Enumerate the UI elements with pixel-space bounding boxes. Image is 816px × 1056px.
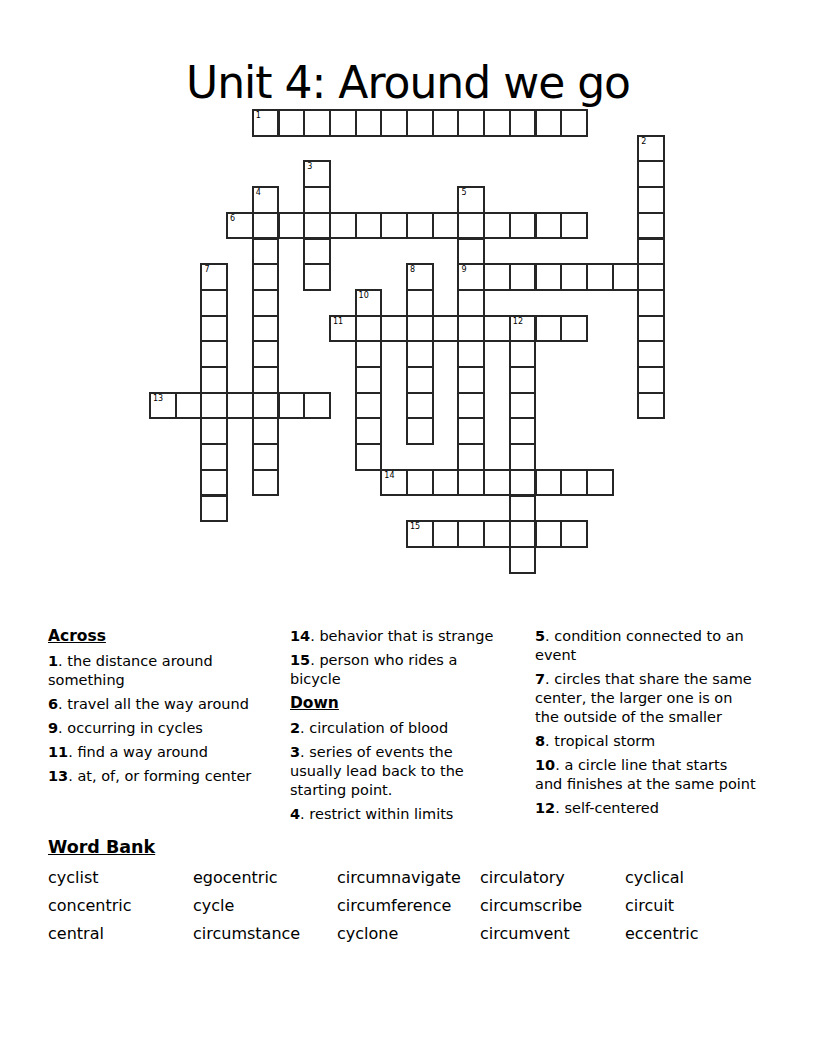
grid-cell[interactable] bbox=[355, 417, 383, 445]
clues-column-down: 5. condition connected to an event7. cir… bbox=[535, 627, 759, 823]
grid-cell[interactable] bbox=[175, 392, 203, 420]
grid-cell[interactable] bbox=[483, 263, 511, 291]
grid-cell[interactable]: 15 bbox=[406, 520, 434, 548]
grid-cell[interactable]: 13 bbox=[149, 392, 177, 420]
word-bank-grid: cyclistegocentriccircumnavigatecirculato… bbox=[48, 869, 778, 943]
cell-number: 6 bbox=[230, 214, 235, 223]
cell-number: 9 bbox=[461, 265, 466, 274]
grid-cell[interactable] bbox=[509, 340, 537, 368]
grid-cell[interactable] bbox=[200, 315, 228, 343]
grid-cell[interactable] bbox=[560, 109, 588, 137]
grid-cell[interactable] bbox=[252, 392, 280, 420]
grid-cell[interactable] bbox=[355, 340, 383, 368]
grid-cell[interactable] bbox=[200, 469, 228, 497]
word-bank-item: cyclone bbox=[337, 925, 480, 943]
cell-number: 1 bbox=[256, 111, 261, 120]
grid-cell[interactable] bbox=[200, 392, 228, 420]
grid-cell[interactable] bbox=[560, 315, 588, 343]
clue-across-13: 13. at, of, or forming center bbox=[48, 767, 254, 786]
grid-cell[interactable] bbox=[637, 212, 665, 240]
grid-cell[interactable] bbox=[355, 212, 383, 240]
clue-down-8: 8. tropical storm bbox=[535, 732, 759, 751]
grid-cell[interactable] bbox=[560, 469, 588, 497]
across-clue-list-continued: 14. behavior that is strange15. person w… bbox=[290, 627, 496, 689]
cell-number: 11 bbox=[333, 317, 343, 326]
grid-cell[interactable] bbox=[483, 520, 511, 548]
grid-cell[interactable] bbox=[406, 392, 434, 420]
grid-cell[interactable] bbox=[303, 186, 331, 214]
word-bank-item: circumnavigate bbox=[337, 869, 480, 887]
grid-cell[interactable] bbox=[329, 109, 357, 137]
grid-cell[interactable] bbox=[252, 469, 280, 497]
word-bank-item: circumvent bbox=[480, 925, 625, 943]
grid-cell[interactable] bbox=[432, 520, 460, 548]
cell-number: 10 bbox=[359, 291, 369, 300]
cell-number: 2 bbox=[641, 137, 646, 146]
page-title: Unit 4: Around we go bbox=[0, 57, 816, 108]
down-clue-list: 2. circulation of blood3. series of even… bbox=[290, 719, 496, 824]
grid-cell[interactable] bbox=[637, 238, 665, 266]
grid-cell[interactable] bbox=[457, 289, 485, 317]
grid-cell[interactable] bbox=[509, 366, 537, 394]
grid-cell[interactable] bbox=[483, 469, 511, 497]
grid-cell[interactable] bbox=[406, 469, 434, 497]
cell-number: 13 bbox=[153, 394, 163, 403]
across-header: Across bbox=[48, 627, 254, 645]
grid-cell[interactable] bbox=[406, 340, 434, 368]
grid-cell[interactable] bbox=[432, 212, 460, 240]
grid-cell[interactable]: 5 bbox=[457, 186, 485, 214]
clue-across-11: 11. find a way around bbox=[48, 743, 254, 762]
grid-cell[interactable] bbox=[535, 315, 563, 343]
grid-cell[interactable] bbox=[509, 443, 537, 471]
worksheet-page: Unit 4: Around we go 1234567891011121314… bbox=[0, 0, 816, 1056]
grid-cell[interactable] bbox=[380, 315, 408, 343]
grid-cell[interactable] bbox=[457, 109, 485, 137]
cell-number: 3 bbox=[307, 162, 312, 171]
word-bank-item: circumference bbox=[337, 897, 480, 915]
grid-cell[interactable] bbox=[355, 366, 383, 394]
grid-cell[interactable] bbox=[637, 340, 665, 368]
grid-cell[interactable]: 7 bbox=[200, 263, 228, 291]
grid-cell[interactable] bbox=[226, 392, 254, 420]
clue-down-2: 2. circulation of blood bbox=[290, 719, 496, 738]
word-bank-item: eccentric bbox=[625, 925, 765, 943]
grid-cell[interactable] bbox=[200, 340, 228, 368]
grid-cell[interactable] bbox=[457, 340, 485, 368]
grid-cell[interactable] bbox=[355, 392, 383, 420]
grid-cell[interactable] bbox=[457, 392, 485, 420]
grid-cell[interactable] bbox=[509, 546, 537, 574]
word-bank-item: cyclist bbox=[48, 869, 193, 887]
clue-across-6: 6. travel all the way around bbox=[48, 695, 254, 714]
grid-cell[interactable] bbox=[457, 238, 485, 266]
grid-cell[interactable] bbox=[637, 315, 665, 343]
grid-cell[interactable] bbox=[355, 443, 383, 471]
grid-cell[interactable] bbox=[252, 417, 280, 445]
grid-cell[interactable] bbox=[432, 469, 460, 497]
across-clue-list: 1. the distance around something6. trave… bbox=[48, 652, 254, 786]
grid-cell[interactable] bbox=[560, 212, 588, 240]
grid-cell[interactable] bbox=[200, 417, 228, 445]
grid-cell[interactable] bbox=[637, 263, 665, 291]
grid-cell[interactable] bbox=[535, 109, 563, 137]
word-bank-item: concentric bbox=[48, 897, 193, 915]
grid-cell[interactable] bbox=[406, 212, 434, 240]
down-clue-list-continued: 5. condition connected to an event7. cir… bbox=[535, 627, 759, 818]
grid-cell[interactable] bbox=[637, 289, 665, 317]
grid-cell[interactable] bbox=[252, 212, 280, 240]
down-header: Down bbox=[290, 694, 496, 712]
grid-cell[interactable]: 1 bbox=[252, 109, 280, 137]
grid-cell[interactable] bbox=[278, 109, 306, 137]
crossword-grid: 123456789101112131415 bbox=[150, 110, 664, 573]
grid-cell[interactable] bbox=[252, 443, 280, 471]
word-bank-header: Word Bank bbox=[48, 837, 778, 857]
grid-cell[interactable]: 8 bbox=[406, 263, 434, 291]
grid-cell[interactable] bbox=[432, 109, 460, 137]
grid-cell[interactable] bbox=[406, 417, 434, 445]
grid-cell[interactable] bbox=[303, 212, 331, 240]
word-bank: Word Bank cyclistegocentriccircumnavigat… bbox=[48, 837, 778, 943]
grid-cell[interactable]: 9 bbox=[457, 263, 485, 291]
grid-cell[interactable] bbox=[200, 495, 228, 523]
grid-cell[interactable] bbox=[509, 109, 537, 137]
grid-cell[interactable] bbox=[329, 212, 357, 240]
word-bank-item: egocentric bbox=[193, 869, 337, 887]
grid-cell[interactable] bbox=[612, 263, 640, 291]
grid-cell[interactable] bbox=[278, 212, 306, 240]
grid-cell[interactable] bbox=[535, 520, 563, 548]
grid-cell[interactable] bbox=[509, 520, 537, 548]
cell-number: 12 bbox=[513, 317, 523, 326]
grid-cell[interactable] bbox=[406, 315, 434, 343]
grid-cell[interactable] bbox=[637, 160, 665, 188]
clue-down-12: 12. self-centered bbox=[535, 799, 759, 818]
grid-cell[interactable] bbox=[535, 212, 563, 240]
grid-cell[interactable] bbox=[457, 520, 485, 548]
grid-cell[interactable]: 12 bbox=[509, 315, 537, 343]
grid-cell[interactable] bbox=[432, 315, 460, 343]
grid-cell[interactable] bbox=[303, 392, 331, 420]
clues-column-middle: 14. behavior that is strange15. person w… bbox=[290, 627, 496, 829]
clue-down-10: 10. a circle line that starts and finish… bbox=[535, 756, 759, 794]
cell-number: 15 bbox=[410, 522, 420, 531]
grid-cell[interactable]: 4 bbox=[252, 186, 280, 214]
word-bank-item: circumstance bbox=[193, 925, 337, 943]
clue-across-14: 14. behavior that is strange bbox=[290, 627, 496, 646]
word-bank-item: circuit bbox=[625, 897, 765, 915]
grid-cell[interactable] bbox=[406, 109, 434, 137]
grid-cell[interactable] bbox=[406, 289, 434, 317]
grid-cell[interactable] bbox=[457, 315, 485, 343]
word-bank-item: circumscribe bbox=[480, 897, 625, 915]
grid-cell[interactable] bbox=[303, 263, 331, 291]
word-bank-item: central bbox=[48, 925, 193, 943]
grid-cell[interactable] bbox=[535, 263, 563, 291]
clue-down-5: 5. condition connected to an event bbox=[535, 627, 759, 665]
grid-cell[interactable]: 10 bbox=[355, 289, 383, 317]
grid-cell[interactable] bbox=[303, 238, 331, 266]
clue-across-15: 15. person who rides a bicycle bbox=[290, 651, 496, 689]
grid-cell[interactable] bbox=[509, 417, 537, 445]
grid-cell[interactable] bbox=[355, 109, 383, 137]
grid-cell[interactable] bbox=[560, 263, 588, 291]
grid-cell[interactable]: 6 bbox=[226, 212, 254, 240]
grid-cell[interactable] bbox=[200, 289, 228, 317]
grid-cell[interactable] bbox=[637, 366, 665, 394]
word-bank-item: cycle bbox=[193, 897, 337, 915]
grid-cell[interactable] bbox=[457, 212, 485, 240]
grid-cell[interactable] bbox=[535, 469, 563, 497]
word-bank-item: cyclical bbox=[625, 869, 765, 887]
cell-number: 8 bbox=[410, 265, 415, 274]
grid-cell[interactable] bbox=[483, 212, 511, 240]
cell-number: 4 bbox=[256, 188, 261, 197]
cell-number: 7 bbox=[204, 265, 209, 274]
grid-cell[interactable] bbox=[586, 263, 614, 291]
cell-number: 5 bbox=[461, 188, 466, 197]
clue-down-4: 4. restrict within limits bbox=[290, 805, 496, 824]
grid-cell[interactable] bbox=[483, 315, 511, 343]
grid-cell[interactable] bbox=[252, 315, 280, 343]
grid-cell[interactable] bbox=[252, 238, 280, 266]
grid-cell[interactable] bbox=[457, 417, 485, 445]
grid-cell[interactable]: 14 bbox=[380, 469, 408, 497]
clue-down-3: 3. series of events the usually lead bac… bbox=[290, 743, 496, 800]
grid-cell[interactable] bbox=[252, 366, 280, 394]
grid-cell[interactable] bbox=[509, 392, 537, 420]
grid-cell[interactable]: 3 bbox=[303, 160, 331, 188]
grid-cell[interactable] bbox=[637, 392, 665, 420]
grid-cell[interactable] bbox=[560, 520, 588, 548]
grid-cell[interactable] bbox=[355, 315, 383, 343]
grid-cell[interactable] bbox=[637, 186, 665, 214]
grid-cell[interactable] bbox=[252, 340, 280, 368]
grid-cell[interactable] bbox=[509, 495, 537, 523]
clue-across-1: 1. the distance around something bbox=[48, 652, 254, 690]
grid-cell[interactable] bbox=[252, 263, 280, 291]
grid-cell[interactable] bbox=[406, 366, 434, 394]
grid-cell[interactable] bbox=[509, 212, 537, 240]
clues-column-across: Across 1. the distance around something6… bbox=[48, 627, 254, 791]
word-bank-item: circulatory bbox=[480, 869, 625, 887]
grid-cell[interactable] bbox=[586, 469, 614, 497]
clue-across-9: 9. occurring in cycles bbox=[48, 719, 254, 738]
grid-cell[interactable] bbox=[252, 289, 280, 317]
grid-cell[interactable] bbox=[380, 109, 408, 137]
clue-down-7: 7. circles that share the same center, t… bbox=[535, 670, 759, 727]
grid-cell[interactable] bbox=[200, 366, 228, 394]
grid-cell[interactable] bbox=[200, 443, 228, 471]
grid-cell[interactable]: 2 bbox=[637, 135, 665, 163]
grid-cell[interactable] bbox=[380, 212, 408, 240]
grid-cell[interactable] bbox=[303, 109, 331, 137]
grid-cell[interactable]: 11 bbox=[329, 315, 357, 343]
grid-cell[interactable] bbox=[509, 469, 537, 497]
grid-cell[interactable] bbox=[457, 366, 485, 394]
grid-cell[interactable] bbox=[457, 469, 485, 497]
cell-number: 14 bbox=[384, 471, 394, 480]
grid-cell[interactable] bbox=[278, 392, 306, 420]
grid-cell[interactable] bbox=[509, 263, 537, 291]
grid-cell[interactable] bbox=[483, 109, 511, 137]
grid-cell[interactable] bbox=[457, 443, 485, 471]
